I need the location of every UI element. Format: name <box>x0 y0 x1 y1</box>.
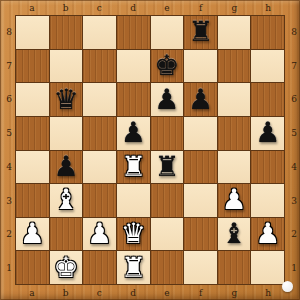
square-b1[interactable]: ♚ <box>50 251 83 284</box>
file-label-bottom-a: a <box>15 285 49 300</box>
square-h3[interactable] <box>251 184 284 217</box>
rank-label-left-5: 5 <box>0 116 15 150</box>
white-pawn-h2[interactable]: ♟ <box>255 220 280 248</box>
square-c4[interactable] <box>83 151 116 184</box>
black-queen-b6[interactable]: ♛ <box>53 86 78 114</box>
square-d2[interactable]: ♛ <box>117 218 150 251</box>
square-e2[interactable] <box>151 218 184 251</box>
file-label-bottom-g: g <box>218 285 252 300</box>
square-h8[interactable] <box>251 16 284 49</box>
square-e1[interactable] <box>151 251 184 284</box>
rank-labels-right: 87654321 <box>285 15 300 285</box>
square-h5[interactable]: ♟ <box>251 117 284 150</box>
square-g1[interactable] <box>218 251 251 284</box>
white-king-b1[interactable]: ♚ <box>53 254 78 282</box>
square-g4[interactable] <box>218 151 251 184</box>
chess-board: ♜♚♛♟♟♟♟♟♜♜♝♟♟♟♛♝♟♚♜ <box>15 15 285 285</box>
rank-label-left-4: 4 <box>0 150 15 184</box>
square-g6[interactable] <box>218 83 251 116</box>
square-f6[interactable]: ♟ <box>184 83 217 116</box>
square-b7[interactable] <box>50 50 83 83</box>
square-c5[interactable] <box>83 117 116 150</box>
square-b8[interactable] <box>50 16 83 49</box>
white-rook-d1[interactable]: ♜ <box>121 254 146 282</box>
square-c6[interactable] <box>83 83 116 116</box>
file-label-top-e: e <box>150 0 184 15</box>
rank-label-left-7: 7 <box>0 49 15 83</box>
rank-label-right-8: 8 <box>285 15 300 49</box>
black-pawn-e6[interactable]: ♟ <box>154 86 179 114</box>
square-e5[interactable] <box>151 117 184 150</box>
square-f2[interactable] <box>184 218 217 251</box>
file-label-bottom-b: b <box>49 285 83 300</box>
square-a8[interactable] <box>16 16 49 49</box>
square-d1[interactable]: ♜ <box>117 251 150 284</box>
rank-label-left-2: 2 <box>0 218 15 252</box>
square-g5[interactable] <box>218 117 251 150</box>
square-h4[interactable] <box>251 151 284 184</box>
square-b4[interactable]: ♟ <box>50 151 83 184</box>
square-f8[interactable]: ♜ <box>184 16 217 49</box>
black-pawn-h5[interactable]: ♟ <box>255 119 280 147</box>
square-h2[interactable]: ♟ <box>251 218 284 251</box>
square-c2[interactable]: ♟ <box>83 218 116 251</box>
square-d4[interactable]: ♜ <box>117 151 150 184</box>
square-f1[interactable] <box>184 251 217 284</box>
square-f3[interactable] <box>184 184 217 217</box>
square-c1[interactable] <box>83 251 116 284</box>
square-a6[interactable] <box>16 83 49 116</box>
square-d3[interactable] <box>117 184 150 217</box>
square-a3[interactable] <box>16 184 49 217</box>
square-d7[interactable] <box>117 50 150 83</box>
rank-label-right-6: 6 <box>285 83 300 117</box>
file-label-top-c: c <box>83 0 117 15</box>
white-rook-d4[interactable]: ♜ <box>121 153 146 181</box>
rank-label-right-7: 7 <box>285 49 300 83</box>
square-d6[interactable] <box>117 83 150 116</box>
file-label-bottom-e: e <box>150 285 184 300</box>
black-pawn-f6[interactable]: ♟ <box>188 86 213 114</box>
file-labels-top: abcdefgh <box>15 0 285 15</box>
square-g3[interactable]: ♟ <box>218 184 251 217</box>
square-f4[interactable] <box>184 151 217 184</box>
file-label-top-b: b <box>49 0 83 15</box>
white-pawn-g3[interactable]: ♟ <box>222 186 247 214</box>
white-queen-d2[interactable]: ♛ <box>121 220 146 248</box>
file-label-bottom-h: h <box>251 285 285 300</box>
white-pawn-c2[interactable]: ♟ <box>87 220 112 248</box>
rank-label-right-2: 2 <box>285 218 300 252</box>
square-c7[interactable] <box>83 50 116 83</box>
square-d5[interactable]: ♟ <box>117 117 150 150</box>
square-a4[interactable] <box>16 151 49 184</box>
file-label-bottom-c: c <box>83 285 117 300</box>
black-king-e7[interactable]: ♚ <box>154 52 179 80</box>
square-b6[interactable]: ♛ <box>50 83 83 116</box>
white-bishop-b3[interactable]: ♝ <box>53 186 78 214</box>
file-label-top-g: g <box>218 0 252 15</box>
square-h7[interactable] <box>251 50 284 83</box>
file-label-bottom-d: d <box>116 285 150 300</box>
square-f7[interactable] <box>184 50 217 83</box>
square-g8[interactable] <box>218 16 251 49</box>
black-rook-f8[interactable]: ♜ <box>188 18 213 46</box>
rank-label-left-1: 1 <box>0 251 15 285</box>
file-label-top-f: f <box>184 0 218 15</box>
square-b2[interactable] <box>50 218 83 251</box>
square-c3[interactable] <box>83 184 116 217</box>
square-e7[interactable]: ♚ <box>151 50 184 83</box>
square-c8[interactable] <box>83 16 116 49</box>
file-label-top-h: h <box>251 0 285 15</box>
square-e8[interactable] <box>151 16 184 49</box>
black-rook-e4[interactable]: ♜ <box>154 153 179 181</box>
file-label-top-a: a <box>15 0 49 15</box>
board-frame: abcdefgh abcdefgh 87654321 87654321 ♜♚♛♟… <box>0 0 300 300</box>
black-pawn-d5[interactable]: ♟ <box>121 119 146 147</box>
rank-label-right-5: 5 <box>285 116 300 150</box>
square-a7[interactable] <box>16 50 49 83</box>
rank-label-right-1: 1 <box>285 251 300 285</box>
square-b3[interactable]: ♝ <box>50 184 83 217</box>
square-f5[interactable] <box>184 117 217 150</box>
rank-label-left-3: 3 <box>0 184 15 218</box>
rank-labels-left: 87654321 <box>0 15 15 285</box>
rank-label-left-6: 6 <box>0 83 15 117</box>
file-label-bottom-f: f <box>184 285 218 300</box>
square-h1[interactable] <box>251 251 284 284</box>
square-d8[interactable] <box>117 16 150 49</box>
square-h6[interactable] <box>251 83 284 116</box>
square-a1[interactable] <box>16 251 49 284</box>
file-label-top-d: d <box>116 0 150 15</box>
square-e4[interactable]: ♜ <box>151 151 184 184</box>
square-g2[interactable]: ♝ <box>218 218 251 251</box>
rank-label-left-8: 8 <box>0 15 15 49</box>
white-to-move-indicator <box>282 281 293 292</box>
square-g7[interactable] <box>218 50 251 83</box>
rank-label-right-3: 3 <box>285 184 300 218</box>
square-e3[interactable] <box>151 184 184 217</box>
file-labels-bottom: abcdefgh <box>15 285 285 300</box>
square-a5[interactable] <box>16 117 49 150</box>
rank-label-right-4: 4 <box>285 150 300 184</box>
white-pawn-a2[interactable]: ♟ <box>20 220 45 248</box>
black-bishop-g2[interactable]: ♝ <box>222 220 247 248</box>
square-e6[interactable]: ♟ <box>151 83 184 116</box>
square-b5[interactable] <box>50 117 83 150</box>
square-a2[interactable]: ♟ <box>16 218 49 251</box>
black-pawn-b4[interactable]: ♟ <box>53 153 78 181</box>
